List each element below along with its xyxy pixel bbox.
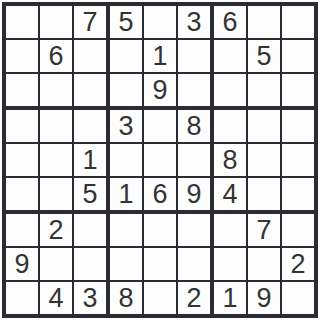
- cell-r2c2: 6: [40, 40, 72, 72]
- cell-r4c4: 3: [110, 110, 142, 142]
- cell-r2c4[interactable]: [110, 40, 142, 72]
- cell-r6c2[interactable]: [40, 178, 72, 210]
- cell-r4c5[interactable]: [144, 110, 176, 142]
- cell-r4c3[interactable]: [74, 110, 106, 142]
- cell-r3c6[interactable]: [178, 74, 210, 106]
- cell-r7c4[interactable]: [110, 214, 142, 246]
- sudoku-page: 76 5319 65 15 38169 84 2943 82 7219: [0, 0, 320, 320]
- cell-r5c9[interactable]: [282, 144, 314, 176]
- box-9: 7219: [214, 214, 314, 314]
- box-8: 82: [110, 214, 210, 314]
- cell-r9c2: 4: [40, 282, 72, 314]
- cell-r1c8[interactable]: [248, 6, 280, 38]
- cell-r6c6: 9: [178, 178, 210, 210]
- cell-r3c7[interactable]: [214, 74, 246, 106]
- cell-r9c8: 9: [248, 282, 280, 314]
- cell-r1c3: 7: [74, 6, 106, 38]
- cell-r6c4: 1: [110, 178, 142, 210]
- cell-r2c5: 1: [144, 40, 176, 72]
- box-7: 2943: [6, 214, 106, 314]
- cell-r8c3[interactable]: [74, 248, 106, 280]
- cell-r1c9[interactable]: [282, 6, 314, 38]
- cell-r7c6[interactable]: [178, 214, 210, 246]
- cell-r5c8[interactable]: [248, 144, 280, 176]
- cell-r8c2[interactable]: [40, 248, 72, 280]
- cell-r8c4[interactable]: [110, 248, 142, 280]
- cell-r3c9[interactable]: [282, 74, 314, 106]
- cell-r4c9[interactable]: [282, 110, 314, 142]
- cell-r7c1[interactable]: [6, 214, 38, 246]
- cell-r9c6: 2: [178, 282, 210, 314]
- cell-r4c6: 8: [178, 110, 210, 142]
- cell-r9c4: 8: [110, 282, 142, 314]
- cell-r1c6: 3: [178, 6, 210, 38]
- cell-r7c9[interactable]: [282, 214, 314, 246]
- cell-r8c7[interactable]: [214, 248, 246, 280]
- box-3: 65: [214, 6, 314, 106]
- cell-r9c1[interactable]: [6, 282, 38, 314]
- cell-r7c8: 7: [248, 214, 280, 246]
- cell-r8c6[interactable]: [178, 248, 210, 280]
- cell-r3c1[interactable]: [6, 74, 38, 106]
- cell-r5c2[interactable]: [40, 144, 72, 176]
- cell-r5c5[interactable]: [144, 144, 176, 176]
- cell-r1c4: 5: [110, 6, 142, 38]
- cell-r3c2[interactable]: [40, 74, 72, 106]
- sudoku-board: 76 5319 65 15 38169 84 2943 82 7219: [2, 2, 318, 318]
- cell-r3c5: 9: [144, 74, 176, 106]
- box-5: 38169: [110, 110, 210, 210]
- cell-r4c2[interactable]: [40, 110, 72, 142]
- cell-r3c8[interactable]: [248, 74, 280, 106]
- cell-r9c7: 1: [214, 282, 246, 314]
- cell-r1c2[interactable]: [40, 6, 72, 38]
- cell-r6c9[interactable]: [282, 178, 314, 210]
- cell-r5c4[interactable]: [110, 144, 142, 176]
- cell-r8c9: 2: [282, 248, 314, 280]
- box-4: 15: [6, 110, 106, 210]
- cell-r1c7: 6: [214, 6, 246, 38]
- cell-r1c1[interactable]: [6, 6, 38, 38]
- cell-r1c5[interactable]: [144, 6, 176, 38]
- box-1: 76: [6, 6, 106, 106]
- cell-r3c3[interactable]: [74, 74, 106, 106]
- cell-r6c1[interactable]: [6, 178, 38, 210]
- cell-r6c8[interactable]: [248, 178, 280, 210]
- cell-r2c1[interactable]: [6, 40, 38, 72]
- cell-r7c3[interactable]: [74, 214, 106, 246]
- cell-r2c6[interactable]: [178, 40, 210, 72]
- cell-r9c9[interactable]: [282, 282, 314, 314]
- cell-r8c1: 9: [6, 248, 38, 280]
- cell-r3c4[interactable]: [110, 74, 142, 106]
- cell-r4c7[interactable]: [214, 110, 246, 142]
- cell-r4c8[interactable]: [248, 110, 280, 142]
- cell-r5c3: 1: [74, 144, 106, 176]
- cell-r2c8: 5: [248, 40, 280, 72]
- cell-r7c7[interactable]: [214, 214, 246, 246]
- box-6: 84: [214, 110, 314, 210]
- cell-r7c2: 2: [40, 214, 72, 246]
- cell-r7c5[interactable]: [144, 214, 176, 246]
- box-2: 5319: [110, 6, 210, 106]
- cell-r9c3: 3: [74, 282, 106, 314]
- cell-r5c1[interactable]: [6, 144, 38, 176]
- cell-r9c5[interactable]: [144, 282, 176, 314]
- cell-r2c9[interactable]: [282, 40, 314, 72]
- cell-r8c8[interactable]: [248, 248, 280, 280]
- cell-r2c7[interactable]: [214, 40, 246, 72]
- cell-r6c5: 6: [144, 178, 176, 210]
- cell-r6c3: 5: [74, 178, 106, 210]
- cell-r2c3[interactable]: [74, 40, 106, 72]
- cell-r5c6[interactable]: [178, 144, 210, 176]
- cell-r4c1[interactable]: [6, 110, 38, 142]
- cell-r6c7: 4: [214, 178, 246, 210]
- cell-r5c7: 8: [214, 144, 246, 176]
- cell-r8c5[interactable]: [144, 248, 176, 280]
